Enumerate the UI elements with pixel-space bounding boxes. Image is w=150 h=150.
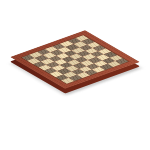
chess-board — [10, 30, 140, 89]
chessboard-product-photo — [0, 0, 150, 150]
